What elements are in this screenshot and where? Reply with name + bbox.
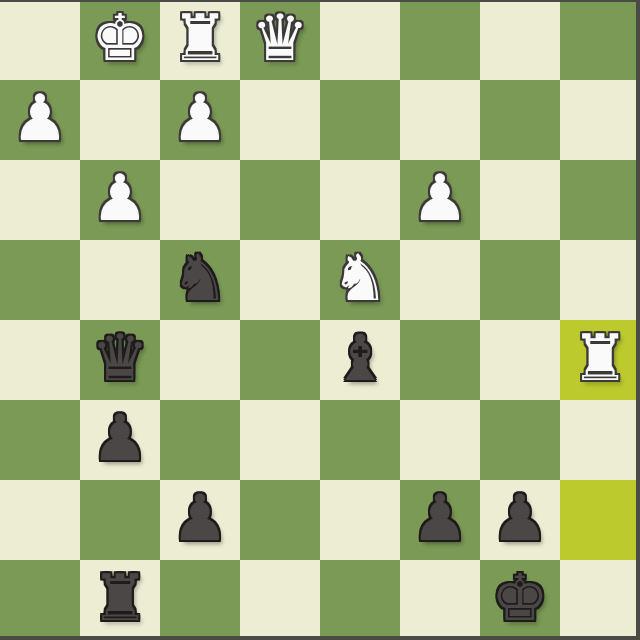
white-queen[interactable]: ♛ [251,6,308,70]
square-h4[interactable] [0,240,80,320]
square-c5[interactable] [400,320,480,400]
black-bishop[interactable]: ♝ [331,326,388,390]
square-b5[interactable] [480,320,560,400]
square-c6[interactable] [400,400,480,480]
square-c2[interactable] [400,80,480,160]
square-f8[interactable] [160,560,240,640]
page-background-edge-right [636,0,640,640]
white-pawn[interactable]: ♟ [91,166,148,230]
square-g7[interactable] [80,480,160,560]
square-a6[interactable] [560,400,640,480]
square-c1[interactable] [400,0,480,80]
square-e4[interactable] [240,240,320,320]
page-background-edge-top [0,0,640,2]
white-king[interactable]: ♚ [91,6,148,70]
white-rook[interactable]: ♜ [571,326,628,390]
square-g2[interactable] [80,80,160,160]
square-g5[interactable]: ♛ [80,320,160,400]
square-b6[interactable] [480,400,560,480]
square-f7[interactable]: ♟ [160,480,240,560]
square-h6[interactable] [0,400,80,480]
square-b1[interactable] [480,0,560,80]
square-e6[interactable] [240,400,320,480]
black-pawn[interactable]: ♟ [491,486,548,550]
square-h3[interactable] [0,160,80,240]
square-a2[interactable] [560,80,640,160]
square-f4[interactable]: ♞ [160,240,240,320]
black-pawn[interactable]: ♟ [91,406,148,470]
square-b7[interactable]: ♟ [480,480,560,560]
black-king[interactable]: ♚ [491,566,548,630]
square-d5[interactable]: ♝ [320,320,400,400]
square-d8[interactable] [320,560,400,640]
black-knight[interactable]: ♞ [171,246,228,310]
square-f6[interactable] [160,400,240,480]
square-c8[interactable] [400,560,480,640]
white-rook[interactable]: ♜ [171,6,228,70]
white-pawn[interactable]: ♟ [11,86,68,150]
white-pawn[interactable]: ♟ [171,86,228,150]
square-h7[interactable] [0,480,80,560]
square-e1[interactable]: ♛ [240,0,320,80]
square-b4[interactable] [480,240,560,320]
square-a8[interactable] [560,560,640,640]
square-a3[interactable] [560,160,640,240]
square-a5[interactable]: ♜ [560,320,640,400]
square-g3[interactable]: ♟ [80,160,160,240]
square-g8[interactable]: ♜ [80,560,160,640]
square-d3[interactable] [320,160,400,240]
board-area: ♚♜♛♟♟♟♟♞♞♛♝♜♟♟♟♟♜♚ [0,0,640,640]
square-a1[interactable] [560,0,640,80]
square-f3[interactable] [160,160,240,240]
black-queen[interactable]: ♛ [91,326,148,390]
square-c4[interactable] [400,240,480,320]
square-c3[interactable]: ♟ [400,160,480,240]
page-background-edge-bottom [0,636,640,640]
square-e3[interactable] [240,160,320,240]
square-e2[interactable] [240,80,320,160]
square-a4[interactable] [560,240,640,320]
square-d4[interactable]: ♞ [320,240,400,320]
square-b2[interactable] [480,80,560,160]
square-g6[interactable]: ♟ [80,400,160,480]
square-d1[interactable] [320,0,400,80]
square-g1[interactable]: ♚ [80,0,160,80]
square-e8[interactable] [240,560,320,640]
square-h1[interactable] [0,0,80,80]
square-b8[interactable]: ♚ [480,560,560,640]
square-b3[interactable] [480,160,560,240]
black-pawn[interactable]: ♟ [411,486,468,550]
black-pawn[interactable]: ♟ [171,486,228,550]
square-g4[interactable] [80,240,160,320]
square-f1[interactable]: ♜ [160,0,240,80]
chess-board: ♚♜♛♟♟♟♟♞♞♛♝♜♟♟♟♟♜♚ [0,0,640,640]
square-h8[interactable] [0,560,80,640]
square-c7[interactable]: ♟ [400,480,480,560]
square-e5[interactable] [240,320,320,400]
square-f2[interactable]: ♟ [160,80,240,160]
white-knight[interactable]: ♞ [331,246,388,310]
white-pawn[interactable]: ♟ [411,166,468,230]
square-d7[interactable] [320,480,400,560]
square-e7[interactable] [240,480,320,560]
black-rook[interactable]: ♜ [91,566,148,630]
square-d2[interactable] [320,80,400,160]
square-d6[interactable] [320,400,400,480]
square-h2[interactable]: ♟ [0,80,80,160]
square-f5[interactable] [160,320,240,400]
square-a7[interactable] [560,480,640,560]
square-h5[interactable] [0,320,80,400]
